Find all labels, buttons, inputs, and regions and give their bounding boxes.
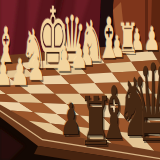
white-pawn[interactable]: ♟♟♟ [10, 50, 31, 95]
black-rook-sheen: ♜ [78, 82, 113, 160]
white-pawn-sheen: ♟ [54, 37, 72, 79]
chess-photo-scene: ♟♟♟♟♟♟♜♜♜♟♟♟♝♝♝♞♞♞♝♝♝♟♟♟♛♛♛♚♚♚♞♞♞♟♟♟♟♟♟♟… [0, 0, 160, 160]
black-rook[interactable]: ♜♜♜ [78, 82, 115, 160]
black-queen-sheen: ♛ [132, 40, 160, 160]
white-pawn[interactable]: ♟♟♟ [54, 37, 74, 81]
white-pawn-sheen: ♟ [10, 50, 29, 93]
chessboard: ♟♟♟♟♟♟♜♜♜♟♟♟♝♝♝♞♞♞♝♝♝♟♟♟♛♛♛♚♚♚♞♞♞♟♟♟♟♟♟♟… [0, 0, 160, 160]
black-queen[interactable]: ♛♛♛ [132, 40, 160, 160]
